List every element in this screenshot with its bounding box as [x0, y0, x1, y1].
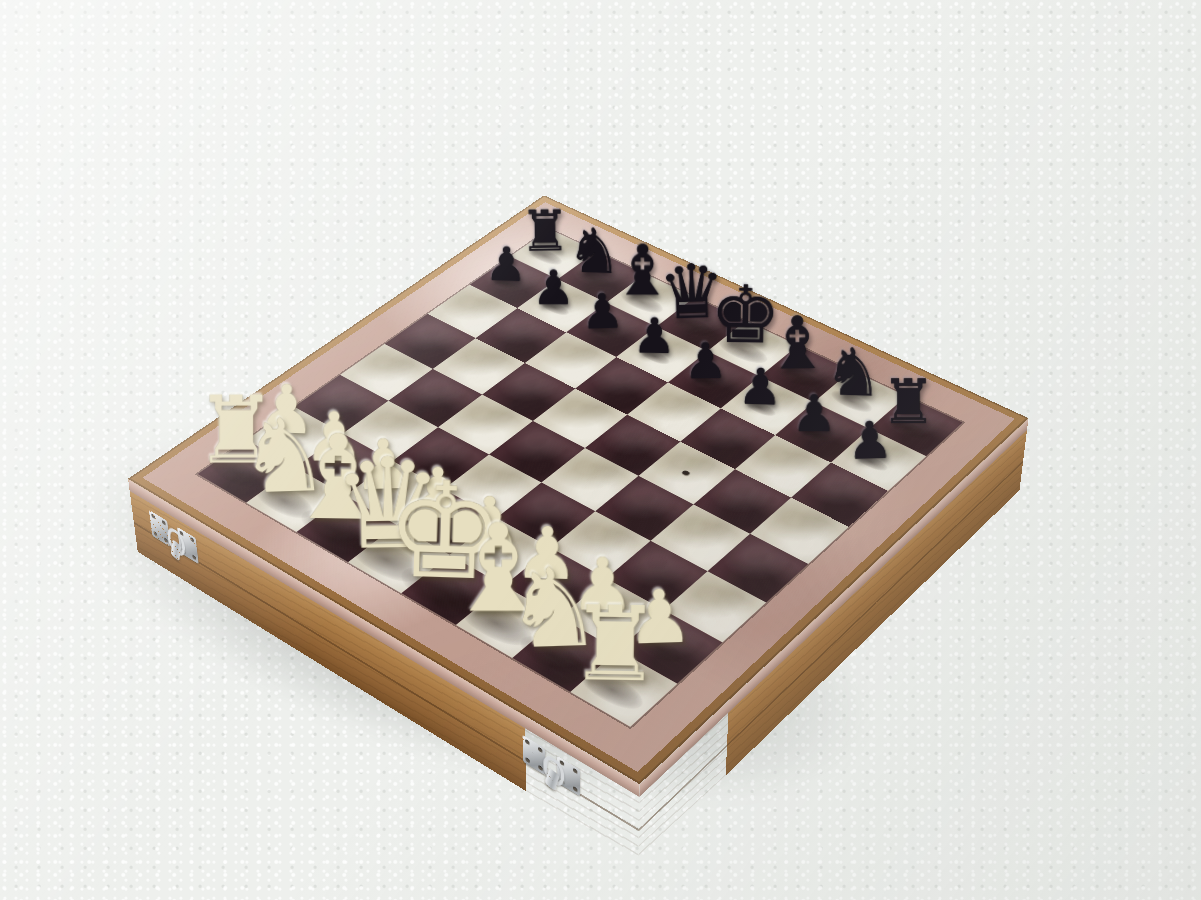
wooden-box: ♜♞♝♛♚♝♞♜♟♟♟♟♟♟♟♟♟♟♟♟♟♟♟♟♜♞♝♛♚♝♞♜ [128, 195, 1028, 784]
fly-speck [681, 470, 690, 476]
latch-loop [543, 752, 564, 790]
scene-3d: ♜♞♝♛♚♝♞♜♟♟♟♟♟♟♟♟♟♟♟♟♟♟♟♟♜♞♝♛♚♝♞♜ [0, 0, 1201, 900]
square-h7[interactable]: ♟ [831, 429, 926, 491]
latch-loop [166, 525, 186, 560]
square-h1[interactable]: ♜ [570, 650, 677, 727]
box-top-face: ♜♞♝♛♚♝♞♜♟♟♟♟♟♟♟♟♟♟♟♟♟♟♟♟♜♞♝♛♚♝♞♜ [128, 195, 1028, 784]
piece-white-rook-h1[interactable]: ♜ [524, 592, 705, 698]
latch-hook [545, 768, 560, 792]
piece-black-pawn-h7[interactable]: ♟ [788, 412, 951, 469]
board-marble-border: ♜♞♝♛♚♝♞♜♟♟♟♟♟♟♟♟♟♟♟♟♟♟♟♟♜♞♝♛♚♝♞♜ [143, 202, 1015, 772]
